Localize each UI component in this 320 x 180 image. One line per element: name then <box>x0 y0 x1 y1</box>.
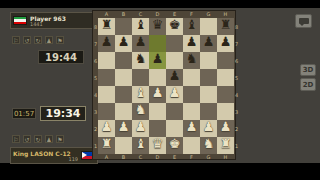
square-f5[interactable] <box>183 69 200 86</box>
square-g6[interactable] <box>200 52 217 69</box>
square-b1[interactable] <box>115 137 132 154</box>
file-labels-bottom: ABCDEFGH <box>98 154 234 160</box>
square-b7[interactable]: ♟ <box>115 35 132 52</box>
square-e8[interactable]: ♚ <box>166 18 183 35</box>
chess-board: ABCDEFGH 87654321 87654321 ABCDEFGH ♜♝♛♚… <box>92 10 236 160</box>
square-a4[interactable] <box>98 86 115 103</box>
resign-flag-icon[interactable]: ⚑ <box>56 36 64 44</box>
square-g1[interactable]: ♞ <box>200 137 217 154</box>
coord-label: G <box>200 11 217 17</box>
iran-flag-icon <box>13 16 27 25</box>
white-rook-a1[interactable]: ♜ <box>98 134 115 153</box>
black-queen-d8[interactable]: ♛ <box>149 15 166 34</box>
white-pawn-e4[interactable]: ♟ <box>166 83 183 102</box>
square-b6[interactable] <box>115 52 132 69</box>
coord-label: F <box>183 154 200 160</box>
coord-label: 3 <box>234 103 239 120</box>
opponent-toolbar: ⚐↺↻♟⚑ <box>12 36 64 44</box>
white-pawn-b2[interactable]: ♟ <box>115 117 132 136</box>
white-king-e1[interactable]: ♚ <box>166 134 183 153</box>
square-a5[interactable] <box>98 69 115 86</box>
player-clock: 19:34 <box>40 106 86 121</box>
coord-label: B <box>115 154 132 160</box>
offer-draw-icon[interactable]: ⚐ <box>12 135 20 143</box>
square-h1[interactable]: ♜ <box>217 137 234 154</box>
coord-label: A <box>98 154 115 160</box>
black-pawn-h7[interactable]: ♟ <box>217 32 234 51</box>
coord-label: 7 <box>234 35 239 52</box>
white-pawn-d4[interactable]: ♟ <box>149 83 166 102</box>
square-g7[interactable]: ♟ <box>200 35 217 52</box>
redo-icon[interactable]: ↻ <box>34 135 42 143</box>
square-e3[interactable] <box>166 103 183 120</box>
coord-label: 8 <box>234 18 239 35</box>
board-grid: ♜♝♛♚♝♜♟♟♟♟♟♟♞♟♞♟♝♟♟♞♟♟♟♟♟♟♜♝♛♚♞♜ <box>98 18 234 154</box>
player-toolbar: ⚐↺↻♟⚑ <box>12 135 64 143</box>
white-queen-d1[interactable]: ♛ <box>149 134 166 153</box>
square-g4[interactable] <box>200 86 217 103</box>
square-a1[interactable]: ♜ <box>98 137 115 154</box>
square-b2[interactable]: ♟ <box>115 120 132 137</box>
square-f4[interactable] <box>183 86 200 103</box>
square-f1[interactable] <box>183 137 200 154</box>
coord-label: 2 <box>234 120 239 137</box>
player-rating: 119 <box>13 157 78 162</box>
coord-label: E <box>166 154 183 160</box>
white-rook-h1[interactable]: ♜ <box>217 134 234 153</box>
promote-piece-icon[interactable]: ♟ <box>45 36 53 44</box>
coord-label: H <box>217 154 234 160</box>
coord-label: B <box>115 11 132 17</box>
redo-icon[interactable]: ↻ <box>34 36 42 44</box>
offer-draw-icon[interactable]: ⚐ <box>12 36 20 44</box>
square-g5[interactable] <box>200 69 217 86</box>
square-f2[interactable]: ♟ <box>183 120 200 137</box>
square-e4[interactable]: ♟ <box>166 86 183 103</box>
view-2d-button[interactable]: 2D <box>300 78 316 91</box>
square-d3[interactable] <box>149 103 166 120</box>
square-b5[interactable] <box>115 69 132 86</box>
chat-bubble-icon <box>299 18 309 24</box>
coord-label: C <box>132 154 149 160</box>
takeback-icon[interactable]: ↺ <box>23 135 31 143</box>
square-e1[interactable]: ♚ <box>166 137 183 154</box>
takeback-icon[interactable]: ↺ <box>23 36 31 44</box>
chat-button[interactable] <box>295 14 312 28</box>
square-c6[interactable]: ♞ <box>132 52 149 69</box>
coord-label: 4 <box>234 86 239 103</box>
square-a7[interactable]: ♟ <box>98 35 115 52</box>
square-h5[interactable] <box>217 69 234 86</box>
app-screen: Player 963 1441 ⚐↺↻♟⚑ 19:44 01:57 19:34 … <box>0 0 320 180</box>
square-d4[interactable]: ♟ <box>149 86 166 103</box>
square-h7[interactable]: ♟ <box>217 35 234 52</box>
square-a6[interactable] <box>98 52 115 69</box>
square-f6[interactable]: ♞ <box>183 52 200 69</box>
white-knight-g1[interactable]: ♞ <box>200 134 217 153</box>
black-pawn-g7[interactable]: ♟ <box>200 32 217 51</box>
coord-label: 6 <box>234 52 239 69</box>
black-knight-c6[interactable]: ♞ <box>132 49 149 68</box>
black-pawn-d6[interactable]: ♟ <box>149 49 166 68</box>
square-e7[interactable] <box>166 35 183 52</box>
black-king-e8[interactable]: ♚ <box>166 15 183 34</box>
black-pawn-a7[interactable]: ♟ <box>98 32 115 51</box>
white-bishop-c1[interactable]: ♝ <box>132 134 149 153</box>
square-d6[interactable]: ♟ <box>149 52 166 69</box>
rank-labels-right: 87654321 <box>234 18 239 154</box>
coord-label: 5 <box>234 69 239 86</box>
player-info-bar: King LASON C-12 119 <box>10 147 98 164</box>
promote-piece-icon[interactable]: ♟ <box>45 135 53 143</box>
move-timer: 01:57 <box>12 108 36 119</box>
square-b4[interactable] <box>115 86 132 103</box>
view-3d-button[interactable]: 3D <box>300 64 316 76</box>
resign-flag-icon[interactable]: ⚑ <box>56 135 64 143</box>
coord-label: G <box>200 154 217 160</box>
square-h4[interactable] <box>217 86 234 103</box>
opponent-rating: 1441 <box>30 22 66 27</box>
square-h6[interactable] <box>217 52 234 69</box>
square-d8[interactable]: ♛ <box>149 18 166 35</box>
black-knight-f6[interactable]: ♞ <box>183 49 200 68</box>
coord-label: 1 <box>234 137 239 154</box>
square-c1[interactable]: ♝ <box>132 137 149 154</box>
black-pawn-b7[interactable]: ♟ <box>115 32 132 51</box>
square-d1[interactable]: ♛ <box>149 137 166 154</box>
coord-label: D <box>149 154 166 160</box>
opponent-clock: 19:44 <box>38 50 84 64</box>
opponent-info-bar: Player 963 1441 <box>10 12 98 29</box>
game-area: Player 963 1441 ⚐↺↻♟⚑ 19:44 01:57 19:34 … <box>0 8 320 163</box>
white-pawn-f2[interactable]: ♟ <box>183 117 200 136</box>
